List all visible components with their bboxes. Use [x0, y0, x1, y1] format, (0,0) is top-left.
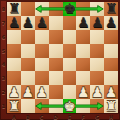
square-c4[interactable]	[35, 58, 49, 72]
square-b6[interactable]	[21, 30, 35, 44]
file-label-g: G	[90, 113, 104, 120]
square-b7[interactable]: ♟	[21, 16, 35, 30]
square-d3[interactable]	[49, 71, 63, 85]
piece-black-pawn-c7[interactable]: ♟	[36, 16, 48, 29]
square-c7[interactable]: ♟	[35, 16, 49, 30]
square-g6[interactable]	[90, 30, 104, 44]
piece-white-pawn-b2[interactable]: ♟	[22, 86, 34, 99]
square-e8[interactable]: ♚	[63, 2, 77, 16]
square-d5[interactable]	[49, 44, 63, 58]
piece-white-pawn-c2[interactable]: ♟	[36, 86, 48, 99]
square-e3[interactable]	[63, 71, 77, 85]
rank-label-3: 3	[0, 71, 7, 85]
square-g4[interactable]	[90, 58, 104, 72]
square-c1[interactable]	[35, 99, 49, 113]
square-e7[interactable]	[63, 16, 77, 30]
square-c2[interactable]: ♟	[35, 85, 49, 99]
file-labels: ABCDEFGH	[7, 113, 118, 120]
square-g1[interactable]	[90, 99, 104, 113]
chess-board[interactable]: ♜♚♜♟♟♟♟♟♟♟♟♟♟♟♟♜♚♜	[7, 2, 118, 113]
piece-white-king-e1[interactable]: ♚	[63, 100, 75, 113]
piece-white-pawn-g2[interactable]: ♟	[91, 86, 103, 99]
square-d6[interactable]	[49, 30, 63, 44]
square-d1[interactable]	[49, 99, 63, 113]
file-label-b: B	[21, 113, 35, 120]
square-g5[interactable]	[90, 44, 104, 58]
square-a5[interactable]	[7, 44, 21, 58]
piece-black-pawn-b7[interactable]: ♟	[22, 16, 34, 29]
square-a6[interactable]	[7, 30, 21, 44]
file-label-c: C	[35, 113, 49, 120]
piece-black-pawn-h7[interactable]: ♟	[105, 16, 117, 29]
piece-white-rook-a1[interactable]: ♜	[8, 100, 20, 113]
square-f4[interactable]	[76, 58, 90, 72]
square-h6[interactable]	[104, 30, 118, 44]
chess-board-frame: 87654321 ABCDEFGH ♜♚♜♟♟♟♟♟♟♟♟♟♟♟♟♜♚♜	[0, 0, 120, 120]
square-a1[interactable]: ♜	[7, 99, 21, 113]
rank-label-1: 1	[0, 99, 7, 113]
square-c6[interactable]	[35, 30, 49, 44]
file-label-h: H	[104, 113, 118, 120]
square-f6[interactable]	[76, 30, 90, 44]
rank-label-6: 6	[0, 30, 7, 44]
square-b5[interactable]	[21, 44, 35, 58]
square-e5[interactable]	[63, 44, 77, 58]
square-f5[interactable]	[76, 44, 90, 58]
square-h7[interactable]: ♟	[104, 16, 118, 30]
file-label-a: A	[7, 113, 21, 120]
file-label-d: D	[49, 113, 63, 120]
square-b4[interactable]	[21, 58, 35, 72]
square-e6[interactable]	[63, 30, 77, 44]
piece-black-pawn-g7[interactable]: ♟	[91, 16, 103, 29]
rank-label-7: 7	[0, 16, 7, 30]
square-d4[interactable]	[49, 58, 63, 72]
rank-labels: 87654321	[0, 2, 7, 113]
piece-white-pawn-h2[interactable]: ♟	[105, 86, 117, 99]
square-b2[interactable]: ♟	[21, 85, 35, 99]
square-h5[interactable]	[104, 44, 118, 58]
square-e4[interactable]	[63, 58, 77, 72]
file-label-e: E	[63, 113, 77, 120]
square-g2[interactable]: ♟	[90, 85, 104, 99]
square-d2[interactable]	[49, 85, 63, 99]
square-h1[interactable]: ♜	[104, 99, 118, 113]
square-e1[interactable]: ♚	[63, 99, 77, 113]
file-label-f: F	[76, 113, 90, 120]
piece-black-pawn-f7[interactable]: ♟	[77, 16, 89, 29]
square-b1[interactable]	[21, 99, 35, 113]
square-h4[interactable]	[104, 58, 118, 72]
square-d8[interactable]	[49, 2, 63, 16]
square-f2[interactable]: ♟	[76, 85, 90, 99]
square-g7[interactable]: ♟	[90, 16, 104, 30]
rank-label-4: 4	[0, 58, 7, 72]
rank-label-2: 2	[0, 85, 7, 99]
piece-white-rook-h1[interactable]: ♜	[105, 100, 117, 113]
rank-label-5: 5	[0, 44, 7, 58]
square-c5[interactable]	[35, 44, 49, 58]
piece-black-king-e8[interactable]: ♚	[63, 2, 75, 15]
piece-white-pawn-f2[interactable]: ♟	[77, 86, 89, 99]
square-a7[interactable]: ♟	[7, 16, 21, 30]
rank-label-8: 8	[0, 2, 7, 16]
square-f1[interactable]	[76, 99, 90, 113]
piece-black-pawn-a7[interactable]: ♟	[8, 16, 20, 29]
square-f7[interactable]: ♟	[76, 16, 90, 30]
square-a4[interactable]	[7, 58, 21, 72]
piece-white-pawn-a2[interactable]: ♟	[8, 86, 20, 99]
square-d7[interactable]	[49, 16, 63, 30]
